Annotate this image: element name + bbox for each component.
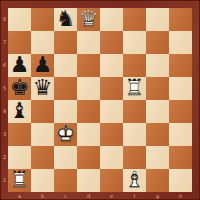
square-e1[interactable]	[100, 169, 123, 192]
rank-label-3: 3	[2, 132, 7, 137]
piece-white-bishop-icon[interactable]: ♝♗	[123, 169, 146, 192]
square-a8[interactable]	[8, 8, 31, 31]
square-e8[interactable]	[100, 8, 123, 31]
piece-glyph-outline: ♕	[77, 7, 100, 30]
square-g2[interactable]	[146, 146, 169, 169]
chess-board: ♞♛♕♟♟♚♛♜♖♝♚♔♜♖♝♗ 87654321 abcdefgh	[0, 0, 200, 200]
rank-label-2: 2	[2, 155, 7, 160]
piece-glyph-fill: ♞	[54, 7, 77, 30]
piece-black-knight-icon[interactable]: ♞	[54, 8, 77, 31]
file-label-g: g	[146, 194, 169, 199]
square-g3[interactable]	[146, 123, 169, 146]
square-b3[interactable]	[31, 123, 54, 146]
square-d8[interactable]: ♛♕	[77, 8, 100, 31]
square-e3[interactable]	[100, 123, 123, 146]
square-g6[interactable]	[146, 54, 169, 77]
square-g7[interactable]	[146, 31, 169, 54]
piece-glyph-fill: ♝	[8, 99, 31, 122]
square-h7[interactable]	[169, 31, 192, 54]
square-f4[interactable]	[123, 100, 146, 123]
square-b7[interactable]	[31, 31, 54, 54]
square-f7[interactable]	[123, 31, 146, 54]
square-c2[interactable]	[54, 146, 77, 169]
square-d6[interactable]	[77, 54, 100, 77]
square-f2[interactable]	[123, 146, 146, 169]
square-d7[interactable]	[77, 31, 100, 54]
square-b8[interactable]	[31, 8, 54, 31]
square-f8[interactable]	[123, 8, 146, 31]
square-e2[interactable]	[100, 146, 123, 169]
square-c4[interactable]	[54, 100, 77, 123]
square-d3[interactable]	[77, 123, 100, 146]
piece-black-pawn-icon[interactable]: ♟	[8, 54, 31, 77]
square-a2[interactable]	[8, 146, 31, 169]
piece-white-rook-icon[interactable]: ♜♖	[123, 77, 146, 100]
piece-white-rook-icon[interactable]: ♜♖	[8, 169, 31, 192]
piece-white-queen-icon[interactable]: ♛♕	[77, 8, 100, 31]
square-e5[interactable]	[100, 77, 123, 100]
piece-glyph-fill: ♚	[8, 76, 31, 99]
square-h5[interactable]	[169, 77, 192, 100]
square-d1[interactable]	[77, 169, 100, 192]
piece-black-king-icon[interactable]: ♚	[8, 77, 31, 100]
rank-label-4: 4	[2, 109, 7, 114]
square-f1[interactable]: ♝♗	[123, 169, 146, 192]
rank-label-7: 7	[2, 40, 7, 45]
square-d5[interactable]	[77, 77, 100, 100]
file-label-a: a	[8, 194, 31, 199]
piece-glyph-outline: ♔	[54, 122, 77, 145]
square-h2[interactable]	[169, 146, 192, 169]
file-label-h: h	[169, 194, 192, 199]
square-a5[interactable]: ♚	[8, 77, 31, 100]
square-h6[interactable]	[169, 54, 192, 77]
piece-black-bishop-icon[interactable]: ♝	[8, 100, 31, 123]
square-h3[interactable]	[169, 123, 192, 146]
rank-label-1: 1	[2, 178, 7, 183]
square-c8[interactable]: ♞	[54, 8, 77, 31]
file-label-f: f	[123, 194, 146, 199]
square-b4[interactable]	[31, 100, 54, 123]
piece-white-king-icon[interactable]: ♚♔	[54, 123, 77, 146]
square-a4[interactable]: ♝	[8, 100, 31, 123]
square-f3[interactable]	[123, 123, 146, 146]
square-b2[interactable]	[31, 146, 54, 169]
square-a7[interactable]	[8, 31, 31, 54]
chess-app: ♞♛♕♟♟♚♛♜♖♝♚♔♜♖♝♗ 87654321 abcdefgh	[0, 0, 200, 200]
piece-glyph-fill: ♟	[31, 53, 54, 76]
chess-board-grid: ♞♛♕♟♟♚♛♜♖♝♚♔♜♖♝♗	[8, 8, 192, 192]
file-label-b: b	[31, 194, 54, 199]
square-a1[interactable]: ♜♖	[8, 169, 31, 192]
file-label-c: c	[54, 194, 77, 199]
piece-glyph-fill: ♛	[31, 76, 54, 99]
square-c3[interactable]: ♚♔	[54, 123, 77, 146]
file-label-e: e	[100, 194, 123, 199]
square-a3[interactable]	[8, 123, 31, 146]
square-e4[interactable]	[100, 100, 123, 123]
square-h1[interactable]	[169, 169, 192, 192]
rank-label-8: 8	[2, 17, 7, 22]
square-g5[interactable]	[146, 77, 169, 100]
square-d4[interactable]	[77, 100, 100, 123]
square-c6[interactable]	[54, 54, 77, 77]
file-label-d: d	[77, 194, 100, 199]
piece-black-pawn-icon[interactable]: ♟	[31, 54, 54, 77]
square-c1[interactable]	[54, 169, 77, 192]
square-f6[interactable]	[123, 54, 146, 77]
square-d2[interactable]	[77, 146, 100, 169]
square-a6[interactable]: ♟	[8, 54, 31, 77]
square-f5[interactable]: ♜♖	[123, 77, 146, 100]
square-b6[interactable]: ♟	[31, 54, 54, 77]
square-b1[interactable]	[31, 169, 54, 192]
piece-glyph-fill: ♟	[8, 53, 31, 76]
piece-black-queen-icon[interactable]: ♛	[31, 77, 54, 100]
square-g1[interactable]	[146, 169, 169, 192]
square-e7[interactable]	[100, 31, 123, 54]
piece-glyph-outline: ♖	[8, 168, 31, 191]
piece-glyph-outline: ♖	[123, 76, 146, 99]
square-h8[interactable]	[169, 8, 192, 31]
square-c7[interactable]	[54, 31, 77, 54]
piece-glyph-outline: ♗	[123, 168, 146, 191]
square-e6[interactable]	[100, 54, 123, 77]
square-g8[interactable]	[146, 8, 169, 31]
square-b5[interactable]: ♛	[31, 77, 54, 100]
square-g4[interactable]	[146, 100, 169, 123]
rank-label-5: 5	[2, 86, 7, 91]
square-c5[interactable]	[54, 77, 77, 100]
square-h4[interactable]	[169, 100, 192, 123]
rank-label-6: 6	[2, 63, 7, 68]
